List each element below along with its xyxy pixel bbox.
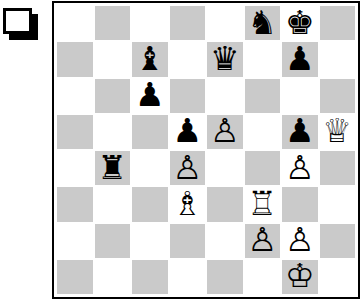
chess-board: ♞♚♝♛♟♟♟♙♟♕♜♙♙♗♖♙♙♔ [52,1,360,299]
square-b1[interactable] [94,259,132,295]
square-a4[interactable] [56,150,94,186]
square-d8[interactable] [169,5,207,41]
piece-wP-g2[interactable]: ♙ [285,223,315,256]
piece-bP-c6[interactable]: ♟ [135,78,165,111]
square-e2[interactable] [206,223,244,259]
square-h2[interactable] [319,223,357,259]
piece-bB-c7[interactable]: ♝ [135,42,165,75]
piece-bP-g5[interactable]: ♟ [285,114,315,147]
square-b4[interactable]: ♜ [94,150,132,186]
square-f3[interactable]: ♖ [244,186,282,222]
square-b2[interactable] [94,223,132,259]
piece-bQ-e7[interactable]: ♛ [210,42,240,75]
square-h6[interactable] [319,78,357,114]
square-c6[interactable]: ♟ [131,78,169,114]
square-b8[interactable] [94,5,132,41]
square-h5[interactable]: ♕ [319,114,357,150]
piece-wR-f3[interactable]: ♖ [247,187,277,220]
square-b6[interactable] [94,78,132,114]
square-b5[interactable] [94,114,132,150]
square-c8[interactable] [131,5,169,41]
square-a2[interactable] [56,223,94,259]
square-a8[interactable] [56,5,94,41]
square-g5[interactable]: ♟ [281,114,319,150]
piece-wP-f2[interactable]: ♙ [247,223,277,256]
square-a6[interactable] [56,78,94,114]
square-g1[interactable]: ♔ [281,259,319,295]
square-d1[interactable] [169,259,207,295]
square-c1[interactable] [131,259,169,295]
square-h7[interactable] [319,41,357,77]
square-a1[interactable] [56,259,94,295]
square-e3[interactable] [206,186,244,222]
piece-bP-d5[interactable]: ♟ [172,114,202,147]
square-g7[interactable]: ♟ [281,41,319,77]
square-d7[interactable] [169,41,207,77]
square-f8[interactable]: ♞ [244,5,282,41]
square-g4[interactable]: ♙ [281,150,319,186]
piece-wK-g1[interactable]: ♔ [285,259,315,292]
square-c5[interactable] [131,114,169,150]
square-a5[interactable] [56,114,94,150]
square-f5[interactable] [244,114,282,150]
square-d6[interactable] [169,78,207,114]
square-f4[interactable] [244,150,282,186]
square-d3[interactable]: ♗ [169,186,207,222]
square-h8[interactable] [319,5,357,41]
square-b3[interactable] [94,186,132,222]
piece-wP-g4[interactable]: ♙ [285,151,315,184]
square-e1[interactable] [206,259,244,295]
square-e7[interactable]: ♛ [206,41,244,77]
square-f7[interactable] [244,41,282,77]
square-h3[interactable] [319,186,357,222]
square-c7[interactable]: ♝ [131,41,169,77]
square-e4[interactable] [206,150,244,186]
square-g6[interactable] [281,78,319,114]
piece-wP-e5[interactable]: ♙ [210,114,240,147]
piece-wB-d3[interactable]: ♗ [172,187,202,220]
white-to-move-indicator [3,8,32,34]
square-e5[interactable]: ♙ [206,114,244,150]
piece-bK-g8[interactable]: ♚ [285,6,315,39]
square-b7[interactable] [94,41,132,77]
square-h4[interactable] [319,150,357,186]
square-a3[interactable] [56,186,94,222]
square-f1[interactable] [244,259,282,295]
square-a7[interactable] [56,41,94,77]
piece-wQ-h5[interactable]: ♕ [322,114,352,147]
square-e6[interactable] [206,78,244,114]
piece-bN-f8[interactable]: ♞ [247,6,277,39]
square-c3[interactable] [131,186,169,222]
piece-bP-g7[interactable]: ♟ [285,42,315,75]
square-c4[interactable] [131,150,169,186]
piece-bR-b4[interactable]: ♜ [97,151,127,184]
piece-wP-d4[interactable]: ♙ [172,151,202,184]
square-d4[interactable]: ♙ [169,150,207,186]
square-d2[interactable] [169,223,207,259]
square-g3[interactable] [281,186,319,222]
square-g8[interactable]: ♚ [281,5,319,41]
square-f2[interactable]: ♙ [244,223,282,259]
square-g2[interactable]: ♙ [281,223,319,259]
square-d5[interactable]: ♟ [169,114,207,150]
square-h1[interactable] [319,259,357,295]
square-f6[interactable] [244,78,282,114]
square-c2[interactable] [131,223,169,259]
square-e8[interactable] [206,5,244,41]
